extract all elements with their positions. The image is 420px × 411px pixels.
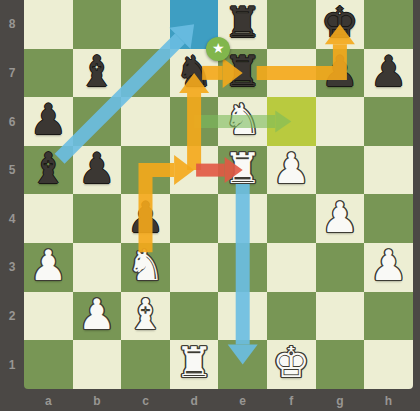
- square-g8[interactable]: ♚: [316, 0, 365, 49]
- best-move-star-badge: ★: [206, 37, 230, 61]
- piece-white-knight-e6[interactable]: ♞: [224, 99, 262, 141]
- square-c1[interactable]: [121, 340, 170, 389]
- square-c2[interactable]: ♝: [121, 292, 170, 341]
- square-g7[interactable]: ♟: [316, 49, 365, 98]
- piece-white-rook-d1[interactable]: ♜: [175, 342, 213, 384]
- square-b1[interactable]: [73, 340, 122, 389]
- square-a7[interactable]: [24, 49, 73, 98]
- square-h6[interactable]: [364, 97, 413, 146]
- square-c8[interactable]: [121, 0, 170, 49]
- rank-label-3: 3: [0, 260, 24, 274]
- star-icon: ★: [212, 41, 225, 55]
- square-b5[interactable]: ♟: [73, 146, 122, 195]
- square-a6[interactable]: ♟: [24, 97, 73, 146]
- square-f8[interactable]: [267, 0, 316, 49]
- square-g6[interactable]: [316, 97, 365, 146]
- square-b6[interactable]: [73, 97, 122, 146]
- piece-white-pawn-g4[interactable]: ♟: [321, 197, 359, 239]
- square-h4[interactable]: [364, 194, 413, 243]
- piece-white-bishop-c2[interactable]: ♝: [127, 294, 165, 336]
- piece-black-knight-d7[interactable]: ♞: [175, 51, 213, 93]
- rank-label-2: 2: [0, 309, 24, 323]
- square-h8[interactable]: [364, 0, 413, 49]
- piece-black-bishop-b7[interactable]: ♝: [78, 51, 116, 93]
- square-h3[interactable]: ♟: [364, 243, 413, 292]
- square-a5[interactable]: ♝: [24, 146, 73, 195]
- piece-black-pawn-a6[interactable]: ♟: [29, 99, 67, 141]
- square-a4[interactable]: [24, 194, 73, 243]
- square-c7[interactable]: [121, 49, 170, 98]
- square-g1[interactable]: [316, 340, 365, 389]
- square-e1[interactable]: [218, 340, 267, 389]
- piece-black-rook-e7[interactable]: ♜: [224, 51, 262, 93]
- file-label-e: e: [218, 392, 267, 411]
- piece-black-pawn-g7[interactable]: ♟: [321, 51, 359, 93]
- square-c4[interactable]: ♟: [121, 194, 170, 243]
- chess-analysis-screenshot: ♜♚♝♞♜♟♟♟♞♝♟♜♟♟♟♟♞♟♟♝♜♚ 87654321 abcdefgh…: [0, 0, 420, 411]
- square-d1[interactable]: ♜: [170, 340, 219, 389]
- file-label-a: a: [24, 392, 73, 411]
- square-g2[interactable]: [316, 292, 365, 341]
- piece-black-king-g8[interactable]: ♚: [321, 2, 359, 44]
- file-label-h: h: [364, 392, 413, 411]
- piece-white-king-f1[interactable]: ♚: [272, 342, 310, 384]
- square-b7[interactable]: ♝: [73, 49, 122, 98]
- square-g5[interactable]: [316, 146, 365, 195]
- piece-black-rook-e8[interactable]: ♜: [224, 2, 262, 44]
- square-h5[interactable]: [364, 146, 413, 195]
- square-c3[interactable]: ♞: [121, 243, 170, 292]
- square-f1[interactable]: ♚: [267, 340, 316, 389]
- square-a3[interactable]: ♟: [24, 243, 73, 292]
- piece-black-pawn-c4[interactable]: ♟: [127, 197, 165, 239]
- square-c6[interactable]: [121, 97, 170, 146]
- square-e5[interactable]: ♜: [218, 146, 267, 195]
- square-h1[interactable]: [364, 340, 413, 389]
- piece-white-rook-e5[interactable]: ♜: [224, 148, 262, 190]
- piece-white-pawn-a3[interactable]: ♟: [29, 245, 67, 287]
- rank-label-1: 1: [0, 358, 24, 372]
- square-d2[interactable]: [170, 292, 219, 341]
- square-b2[interactable]: ♟: [73, 292, 122, 341]
- square-b4[interactable]: [73, 194, 122, 243]
- square-h2[interactable]: [364, 292, 413, 341]
- rank-label-6: 6: [0, 115, 24, 129]
- square-g4[interactable]: ♟: [316, 194, 365, 243]
- rank-label-7: 7: [0, 66, 24, 80]
- square-f5[interactable]: ♟: [267, 146, 316, 195]
- square-c5[interactable]: [121, 146, 170, 195]
- square-a8[interactable]: [24, 0, 73, 49]
- piece-white-pawn-h3[interactable]: ♟: [370, 245, 408, 287]
- piece-white-knight-c3[interactable]: ♞: [127, 245, 165, 287]
- file-label-f: f: [267, 392, 316, 411]
- square-d5[interactable]: [170, 146, 219, 195]
- piece-black-bishop-a5[interactable]: ♝: [29, 148, 67, 190]
- file-label-d: d: [170, 392, 219, 411]
- square-e6[interactable]: ♞: [218, 97, 267, 146]
- square-a2[interactable]: [24, 292, 73, 341]
- file-label-c: c: [121, 392, 170, 411]
- piece-black-pawn-h7[interactable]: ♟: [370, 51, 408, 93]
- square-e2[interactable]: [218, 292, 267, 341]
- square-h7[interactable]: ♟: [364, 49, 413, 98]
- rank-label-8: 8: [0, 17, 24, 31]
- piece-white-pawn-f5[interactable]: ♟: [272, 148, 310, 190]
- piece-white-pawn-b2[interactable]: ♟: [78, 294, 116, 336]
- square-f4[interactable]: [267, 194, 316, 243]
- square-f7[interactable]: [267, 49, 316, 98]
- lime-highlight-square-f6[interactable]: [267, 97, 316, 146]
- square-d3[interactable]: [170, 243, 219, 292]
- square-g3[interactable]: [316, 243, 365, 292]
- square-f2[interactable]: [267, 292, 316, 341]
- square-b3[interactable]: [73, 243, 122, 292]
- square-e3[interactable]: [218, 243, 267, 292]
- square-f3[interactable]: [267, 243, 316, 292]
- file-label-b: b: [73, 392, 122, 411]
- piece-black-pawn-b5[interactable]: ♟: [78, 148, 116, 190]
- rank-label-4: 4: [0, 212, 24, 226]
- file-label-g: g: [316, 392, 365, 411]
- square-d6[interactable]: [170, 97, 219, 146]
- square-a1[interactable]: [24, 340, 73, 389]
- rank-label-5: 5: [0, 163, 24, 177]
- square-b8[interactable]: [73, 0, 122, 49]
- square-d4[interactable]: [170, 194, 219, 243]
- square-e4[interactable]: [218, 194, 267, 243]
